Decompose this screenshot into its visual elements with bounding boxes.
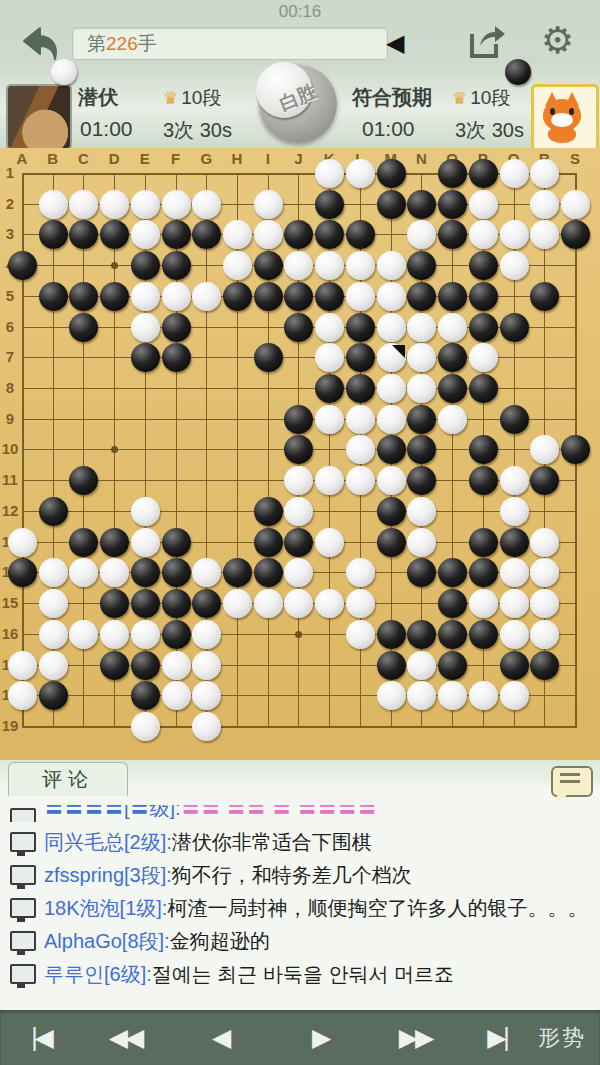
black-stone-O7 [438, 343, 467, 372]
black-stone-O15 [438, 589, 467, 618]
black-stone-Q13 [500, 528, 529, 557]
row-label: 12 [0, 502, 20, 519]
move-number: 226 [106, 33, 138, 54]
black-stone-M10 [377, 435, 406, 464]
black-stone-F7 [162, 343, 191, 372]
black-stone-P10 [469, 435, 498, 464]
app-screen: 00:16 第226手 ◀ ⚙ 潜伏 ♛10段 01:00 3次 30s 白胜 … [0, 0, 600, 1065]
comment-text: 金狗超逊的 [170, 930, 270, 952]
comments-panel: 评论 〓〓〓〓[〓级]:〓〓 〓〓 〓 〓〓〓〓同兴毛总[2级]:潜伏你非常适合… [0, 760, 600, 1010]
row-label: 3 [0, 225, 20, 242]
black-stone-E15 [131, 589, 160, 618]
black-stone-Q9 [500, 405, 529, 434]
white-stone-K11 [315, 466, 344, 495]
white-stone-H3 [223, 220, 252, 249]
black-stone-O1 [438, 159, 467, 188]
black-stone-J5 [284, 282, 313, 311]
white-stone-K4 [315, 251, 344, 280]
star-point [111, 262, 118, 269]
white-stone-K6 [315, 313, 344, 342]
black-stone-P13 [469, 528, 498, 557]
white-stone-M7 [377, 343, 406, 372]
go-board[interactable]: ABCDEFGHIJKLMNOPQRS123456789101112131415… [0, 148, 600, 760]
white-stone-E2 [131, 190, 160, 219]
white-stone-D2 [100, 190, 129, 219]
white-stone-P15 [469, 589, 498, 618]
white-stone-F17 [162, 651, 191, 680]
first-button[interactable]: |◀ [6, 1010, 76, 1065]
white-stone-J14 [284, 558, 313, 587]
white-stone-badge [51, 59, 77, 85]
nav-bar: 第226手 ◀ ⚙ [0, 24, 600, 62]
white-stone-E13 [131, 528, 160, 557]
white-stone-J15 [284, 589, 313, 618]
column-label: G [196, 150, 216, 167]
white-player-rank: ♛10段 [163, 85, 221, 111]
row-label: 8 [0, 379, 20, 396]
white-stone-B14 [39, 558, 68, 587]
white-stone-M9 [377, 405, 406, 434]
black-stone-P6 [469, 313, 498, 342]
black-stone-L3 [346, 220, 375, 249]
black-stone-M17 [377, 651, 406, 680]
white-stone-I15 [254, 589, 283, 618]
black-stone-J6 [284, 313, 313, 342]
black-stone-N9 [407, 405, 436, 434]
white-stone-G17 [192, 651, 221, 680]
black-stone-L7 [346, 343, 375, 372]
white-stone-E3 [131, 220, 160, 249]
monitor-icon [10, 865, 36, 885]
black-stone-E14 [131, 558, 160, 587]
monitor-icon [10, 808, 36, 822]
monitor-icon [10, 898, 36, 918]
white-stone-N17 [407, 651, 436, 680]
black-stone-G3 [192, 220, 221, 249]
column-label: F [166, 150, 186, 167]
black-stone-F3 [162, 220, 191, 249]
black-stone-O14 [438, 558, 467, 587]
black-stone-F14 [162, 558, 191, 587]
white-stone-P18 [469, 681, 498, 710]
comment-row: 同兴毛总[2级]:潜伏你非常适合下围棋 [8, 829, 600, 855]
column-label: H [227, 150, 247, 167]
black-stone-F16 [162, 620, 191, 649]
white-stone-Q18 [500, 681, 529, 710]
white-stone-N18 [407, 681, 436, 710]
white-stone-R3 [530, 220, 559, 249]
move-number-box[interactable]: 第226手 [72, 27, 388, 60]
white-player-avatar [6, 84, 72, 150]
column-label: B [43, 150, 63, 167]
prev-move-icon[interactable]: ◀ [386, 28, 404, 58]
black-stone-C13 [69, 528, 98, 557]
black-stone-N2 [407, 190, 436, 219]
black-stone-K3 [315, 220, 344, 249]
white-stone-D16 [100, 620, 129, 649]
share-icon[interactable] [468, 24, 506, 60]
comment-row: 〓〓〓〓[〓级]:〓〓 〓〓 〓 〓〓〓〓 [8, 805, 600, 822]
column-label: C [73, 150, 93, 167]
white-stone-F2 [162, 190, 191, 219]
black-stone-badge [505, 59, 531, 85]
comment-row: zfsspring[3段]:狗不行，和特务差几个档次 [8, 862, 600, 888]
white-stone-F5 [162, 282, 191, 311]
black-player-avatar [531, 84, 599, 152]
monitor-icon [10, 964, 36, 984]
comment-username: 루루인[6级]: [44, 963, 152, 985]
comment-username: zfsspring[3段]: [44, 864, 172, 886]
white-stone-R10 [530, 435, 559, 464]
black-stone-H14 [223, 558, 252, 587]
white-stone-N6 [407, 313, 436, 342]
back-button[interactable]: ◀ [185, 1010, 255, 1065]
black-stone-K2 [315, 190, 344, 219]
white-stone-M5 [377, 282, 406, 311]
row-label: 6 [0, 318, 20, 335]
white-stone-M6 [377, 313, 406, 342]
black-stone-F13 [162, 528, 191, 557]
black-stone-P5 [469, 282, 498, 311]
black-stone-F6 [162, 313, 191, 342]
move-prefix: 第 [87, 33, 106, 54]
black-player-time: 01:00 [362, 117, 415, 141]
player-bar: 潜伏 ♛10段 01:00 3次 30s 白胜 符合预期 ♛10段 01:00 … [0, 62, 600, 148]
black-stone-O2 [438, 190, 467, 219]
white-stone-B16 [39, 620, 68, 649]
forward-button[interactable]: ▶ [285, 1010, 355, 1065]
white-stone-G5 [192, 282, 221, 311]
column-label: E [135, 150, 155, 167]
black-stone-H5 [223, 282, 252, 311]
black-stone-E7 [131, 343, 160, 372]
black-stone-G15 [192, 589, 221, 618]
white-stone-G16 [192, 620, 221, 649]
column-label: J [288, 150, 308, 167]
black-stone-I13 [254, 528, 283, 557]
white-stone-L5 [346, 282, 375, 311]
white-stone-G19 [192, 712, 221, 741]
black-stone-C5 [69, 282, 98, 311]
white-stone-M11 [377, 466, 406, 495]
comment-username: 18K泡泡[1级]: [44, 897, 167, 919]
comment-list: 〓〓〓〓[〓级]:〓〓 〓〓 〓 〓〓〓〓同兴毛总[2级]:潜伏你非常适合下围棋… [0, 798, 600, 987]
playback-bar: 形势 |◀◀◀◀▶▶▶▶| [0, 1010, 600, 1065]
white-stone-E19 [131, 712, 160, 741]
white-stone-Q15 [500, 589, 529, 618]
comment-text: 潜伏你非常适合下围棋 [172, 831, 372, 853]
white-stone-K9 [315, 405, 344, 434]
black-stone-B18 [39, 681, 68, 710]
row-label: 1 [0, 164, 20, 181]
black-stone-M1 [377, 159, 406, 188]
crown-icon: ♛ [452, 89, 467, 108]
comment-text: 狗不行，和特务差几个档次 [172, 864, 412, 886]
black-stone-M16 [377, 620, 406, 649]
white-stone-M4 [377, 251, 406, 280]
black-stone-O3 [438, 220, 467, 249]
black-stone-J9 [284, 405, 313, 434]
black-stone-R5 [530, 282, 559, 311]
white-stone-Q1 [500, 159, 529, 188]
white-stone-K15 [315, 589, 344, 618]
black-stone-A4 [8, 251, 37, 280]
black-stone-S3 [561, 220, 590, 249]
white-stone-L14 [346, 558, 375, 587]
white-stone-R13 [530, 528, 559, 557]
status-bar-clock: 00:16 [0, 0, 600, 24]
white-stone-L10 [346, 435, 375, 464]
white-stone-I2 [254, 190, 283, 219]
comment-row: 18K泡泡[1级]:柯渣一局封神，顺便掏空了许多人的银子。。。 [8, 895, 600, 921]
row-label: 9 [0, 410, 20, 427]
territory-analysis-button[interactable]: 形势 [538, 1010, 586, 1065]
white-stone-H15 [223, 589, 252, 618]
white-stone-B17 [39, 651, 68, 680]
grid-line-horizontal [22, 726, 577, 728]
comment-username: AlphaGo[8段]: [44, 930, 170, 952]
white-player-time: 01:00 [80, 117, 133, 141]
black-player-rank: ♛10段 [452, 85, 510, 111]
black-stone-I14 [254, 558, 283, 587]
white-stone-N13 [407, 528, 436, 557]
white-stone-Q14 [500, 558, 529, 587]
white-stone-G18 [192, 681, 221, 710]
white-stone-O18 [438, 681, 467, 710]
white-stone-I3 [254, 220, 283, 249]
move-suffix: 手 [138, 33, 157, 54]
black-stone-L8 [346, 374, 375, 403]
black-stone-J13 [284, 528, 313, 557]
settings-gear-icon[interactable]: ⚙ [541, 20, 574, 62]
white-stone-O9 [438, 405, 467, 434]
comment-username: 同兴毛总[2级]: [44, 831, 172, 853]
white-stone-R1 [530, 159, 559, 188]
black-stone-F4 [162, 251, 191, 280]
black-stone-P14 [469, 558, 498, 587]
white-stone-Q4 [500, 251, 529, 280]
row-label: 5 [0, 287, 20, 304]
white-stone-Q3 [500, 220, 529, 249]
white-stone-O6 [438, 313, 467, 342]
black-stone-O16 [438, 620, 467, 649]
black-stone-R11 [530, 466, 559, 495]
column-label: D [104, 150, 124, 167]
row-label: 15 [0, 594, 20, 611]
black-stone-B3 [39, 220, 68, 249]
white-stone-R16 [530, 620, 559, 649]
monitor-icon [10, 931, 36, 951]
white-stone-L1 [346, 159, 375, 188]
black-stone-I4 [254, 251, 283, 280]
fast-rewind-button[interactable]: ◀◀ [90, 1010, 160, 1065]
black-stone-N16 [407, 620, 436, 649]
column-label: N [411, 150, 431, 167]
white-stone-M8 [377, 374, 406, 403]
white-stone-S2 [561, 190, 590, 219]
last-button[interactable]: ▶| [462, 1010, 532, 1065]
black-stone-N5 [407, 282, 436, 311]
black-stone-N11 [407, 466, 436, 495]
white-player-byoyomi: 3次 30s [163, 117, 232, 144]
monitor-icon [10, 832, 36, 852]
black-stone-B5 [39, 282, 68, 311]
white-stone-F18 [162, 681, 191, 710]
comment-text: 柯渣一局封神，顺便掏空了许多人的银子。。。 [167, 897, 587, 919]
white-stone-A17 [8, 651, 37, 680]
black-stone-C11 [69, 466, 98, 495]
white-stone-N8 [407, 374, 436, 403]
black-stone-D13 [100, 528, 129, 557]
row-label: 10 [0, 440, 20, 457]
white-stone-C2 [69, 190, 98, 219]
white-stone-L11 [346, 466, 375, 495]
comment-row: 루루인[6级]:절예는 최근 바둑을 안둬서 머르죠 [8, 961, 600, 987]
fast-forward-button[interactable]: ▶▶ [380, 1010, 450, 1065]
column-label: I [258, 150, 278, 167]
black-stone-M13 [377, 528, 406, 557]
white-stone-D14 [100, 558, 129, 587]
row-label: 7 [0, 348, 20, 365]
black-stone-D3 [100, 220, 129, 249]
black-stone-P1 [469, 159, 498, 188]
star-point [111, 446, 118, 453]
black-stone-M2 [377, 190, 406, 219]
black-stone-P16 [469, 620, 498, 649]
black-stone-M12 [377, 497, 406, 526]
black-stone-C6 [69, 313, 98, 342]
black-stone-D15 [100, 589, 129, 618]
white-player-name: 潜伏 [78, 84, 118, 111]
black-stone-I5 [254, 282, 283, 311]
black-stone-P4 [469, 251, 498, 280]
black-stone-L6 [346, 313, 375, 342]
row-label: 11 [0, 471, 20, 488]
black-stone-B12 [39, 497, 68, 526]
white-stone-E12 [131, 497, 160, 526]
back-arrow-icon[interactable] [14, 24, 60, 62]
white-stone-J11 [284, 466, 313, 495]
white-stone-E5 [131, 282, 160, 311]
white-stone-P2 [469, 190, 498, 219]
black-stone-K5 [315, 282, 344, 311]
white-stone-J12 [284, 497, 313, 526]
black-stone-I7 [254, 343, 283, 372]
comment-text: 절예는 최근 바둑을 안둬서 머르죠 [152, 963, 454, 985]
white-stone-P7 [469, 343, 498, 372]
black-stone-C3 [69, 220, 98, 249]
white-stone-A18 [8, 681, 37, 710]
black-stone-E17 [131, 651, 160, 680]
white-stone-E16 [131, 620, 160, 649]
star-point [295, 631, 302, 638]
white-stone-K13 [315, 528, 344, 557]
black-stone-N10 [407, 435, 436, 464]
chat-bubble-icon[interactable] [551, 766, 593, 797]
white-stone-E6 [131, 313, 160, 342]
black-stone-O5 [438, 282, 467, 311]
black-stone-F15 [162, 589, 191, 618]
black-stone-J3 [284, 220, 313, 249]
black-stone-N4 [407, 251, 436, 280]
white-stone-L4 [346, 251, 375, 280]
white-stone-Q11 [500, 466, 529, 495]
comment-text: 〓〓 〓〓 〓 〓〓〓〓 [181, 805, 378, 819]
white-stone-L9 [346, 405, 375, 434]
white-stone-M18 [377, 681, 406, 710]
last-move-marker [392, 345, 405, 358]
white-stone-R14 [530, 558, 559, 587]
row-label: 16 [0, 625, 20, 642]
white-stone-K7 [315, 343, 344, 372]
comment-username: 〓〓〓〓[〓级]: [44, 805, 181, 819]
black-stone-E18 [131, 681, 160, 710]
white-stone-B2 [39, 190, 68, 219]
black-stone-P11 [469, 466, 498, 495]
black-stone-S10 [561, 435, 590, 464]
white-stone-A13 [8, 528, 37, 557]
black-stone-Q6 [500, 313, 529, 342]
white-stone-R15 [530, 589, 559, 618]
white-stone-Q12 [500, 497, 529, 526]
black-stone-J10 [284, 435, 313, 464]
black-player-name: 符合预期 [352, 84, 432, 111]
black-stone-D17 [100, 651, 129, 680]
black-stone-D5 [100, 282, 129, 311]
black-stone-P8 [469, 374, 498, 403]
crown-icon: ♛ [163, 89, 178, 108]
row-label: 2 [0, 195, 20, 212]
black-stone-O17 [438, 651, 467, 680]
comment-row: AlphaGo[8段]:金狗超逊的 [8, 928, 600, 954]
white-stone-H4 [223, 251, 252, 280]
black-stone-Q17 [500, 651, 529, 680]
black-stone-A14 [8, 558, 37, 587]
white-stone-Q16 [500, 620, 529, 649]
white-stone-L15 [346, 589, 375, 618]
tab-comments[interactable]: 评论 [8, 762, 128, 796]
white-stone-C14 [69, 558, 98, 587]
white-stone-N7 [407, 343, 436, 372]
white-stone-N3 [407, 220, 436, 249]
white-stone-L16 [346, 620, 375, 649]
black-stone-N14 [407, 558, 436, 587]
white-stone-B15 [39, 589, 68, 618]
black-player-byoyomi: 3次 30s [455, 117, 524, 144]
white-stone-P3 [469, 220, 498, 249]
white-stone-J4 [284, 251, 313, 280]
column-label: S [565, 150, 585, 167]
white-stone-N12 [407, 497, 436, 526]
row-label: 19 [0, 717, 20, 734]
result-badge: 白胜 [259, 65, 337, 143]
black-stone-I12 [254, 497, 283, 526]
white-stone-C16 [69, 620, 98, 649]
black-stone-K8 [315, 374, 344, 403]
white-stone-K1 [315, 159, 344, 188]
black-stone-E4 [131, 251, 160, 280]
black-stone-O8 [438, 374, 467, 403]
white-stone-G2 [192, 190, 221, 219]
black-stone-R17 [530, 651, 559, 680]
white-stone-G14 [192, 558, 221, 587]
white-stone-R2 [530, 190, 559, 219]
